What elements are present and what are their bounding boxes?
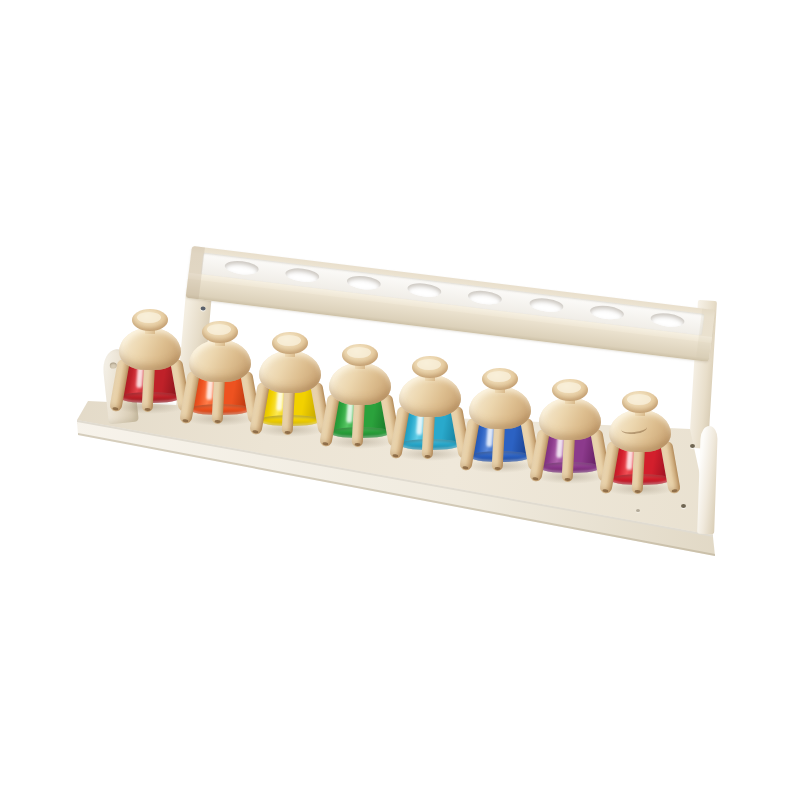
bell-knob (482, 368, 518, 390)
bell-unit-1-dark-red (115, 308, 185, 414)
bell-knob (412, 356, 448, 378)
rack-hole (650, 311, 685, 328)
leg-tip (494, 466, 500, 469)
bell-cap (329, 363, 391, 405)
bell-cap (259, 351, 321, 393)
bell-knob (272, 332, 308, 354)
bell-cap (539, 398, 601, 440)
bell-cap (189, 340, 251, 382)
leg-tip (144, 408, 150, 411)
rack-hole (346, 274, 381, 291)
bell-knob (132, 309, 168, 331)
bell-unit-7-purple (535, 378, 605, 484)
rack-hole (467, 289, 502, 306)
leg-tip (214, 419, 220, 422)
rack-hole (407, 282, 442, 299)
bell-unit-4-green (325, 343, 395, 449)
rack-hole (224, 259, 259, 276)
bell-unit-8-red (605, 390, 675, 496)
bell-cap (469, 387, 531, 429)
screw-icon (200, 306, 205, 310)
leg-tip (252, 430, 258, 434)
bell-unit-5-teal (395, 355, 465, 461)
bell-cap (119, 328, 181, 370)
bell-unit-2-orange (185, 320, 255, 426)
bell-knob (342, 344, 378, 366)
leg-tip (424, 455, 430, 458)
product-photo (0, 0, 800, 800)
bell-knob (202, 321, 238, 343)
leg-tip (322, 442, 328, 446)
screw-icon (690, 444, 695, 448)
bell-unit-6-blue (465, 367, 535, 473)
bell-cap (399, 375, 461, 417)
leg-tip (532, 477, 538, 481)
screw-icon (636, 509, 640, 512)
rack-hole (528, 297, 563, 314)
leg-tip (671, 489, 677, 493)
bell-knob (622, 391, 658, 413)
leg-tip (602, 489, 608, 493)
screw-icon (681, 504, 686, 508)
rack-hole (285, 267, 320, 284)
leg-tip (284, 431, 290, 434)
bell-knob (552, 379, 588, 401)
leg-tip (392, 454, 398, 458)
rack-hole (589, 304, 624, 321)
leg-tip (354, 443, 360, 446)
bell-unit-3-yellow (255, 331, 325, 437)
leg-tip (564, 478, 570, 481)
leg-tip (182, 418, 188, 422)
leg-tip (112, 407, 118, 411)
leg-tip (634, 490, 640, 493)
leg-tip (462, 465, 468, 469)
